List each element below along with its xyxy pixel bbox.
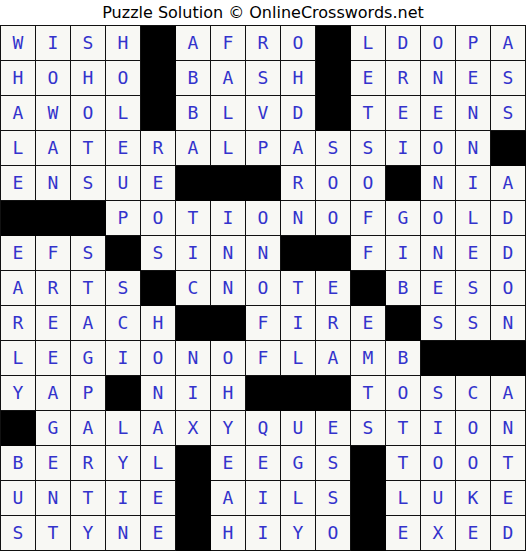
letter-cell: A bbox=[211, 61, 246, 96]
letter-cell: H bbox=[281, 61, 316, 96]
black-cell bbox=[106, 376, 141, 411]
letter-cell: O bbox=[246, 271, 281, 306]
letter-cell: L bbox=[351, 26, 386, 61]
letter-cell: H bbox=[71, 61, 106, 96]
letter-cell: O bbox=[351, 166, 386, 201]
letter-cell: N bbox=[281, 201, 316, 236]
letter-cell: S bbox=[316, 481, 351, 516]
letter-cell: O bbox=[491, 271, 526, 306]
letter-cell: G bbox=[71, 341, 106, 376]
black-cell bbox=[456, 341, 491, 376]
letter-cell: T bbox=[351, 96, 386, 131]
letter-cell: O bbox=[421, 26, 456, 61]
letter-cell: A bbox=[36, 131, 71, 166]
letter-cell: E bbox=[456, 236, 491, 271]
black-cell bbox=[176, 166, 211, 201]
black-cell bbox=[141, 96, 176, 131]
letter-cell: I bbox=[386, 131, 421, 166]
letter-cell: N bbox=[421, 61, 456, 96]
letter-cell: N bbox=[176, 341, 211, 376]
letter-cell: L bbox=[281, 481, 316, 516]
letter-cell: U bbox=[1, 481, 36, 516]
letter-cell: I bbox=[176, 236, 211, 271]
letter-cell: I bbox=[211, 201, 246, 236]
letter-cell: T bbox=[71, 131, 106, 166]
letter-cell: E bbox=[141, 166, 176, 201]
letter-cell: B bbox=[386, 341, 421, 376]
letter-cell: E bbox=[491, 481, 526, 516]
letter-cell: I bbox=[281, 306, 316, 341]
letter-cell: O bbox=[141, 201, 176, 236]
letter-cell: A bbox=[491, 26, 526, 61]
letter-cell: L bbox=[211, 96, 246, 131]
letter-cell: N bbox=[456, 96, 491, 131]
letter-cell: I bbox=[456, 166, 491, 201]
letter-cell: A bbox=[36, 376, 71, 411]
letter-cell: R bbox=[36, 271, 71, 306]
crossword-solution-page: Puzzle Solution © OnlineCrosswords.net W… bbox=[0, 0, 526, 551]
letter-cell: F bbox=[211, 26, 246, 61]
letter-cell: A bbox=[1, 271, 36, 306]
letter-cell: O bbox=[456, 411, 491, 446]
letter-cell: O bbox=[141, 341, 176, 376]
black-cell bbox=[176, 481, 211, 516]
letter-cell: E bbox=[141, 481, 176, 516]
letter-cell: I bbox=[106, 481, 141, 516]
letter-cell: O bbox=[316, 516, 351, 551]
letter-cell: E bbox=[36, 446, 71, 481]
black-cell bbox=[316, 376, 351, 411]
letter-cell: N bbox=[36, 481, 71, 516]
black-cell bbox=[316, 61, 351, 96]
letter-cell: T bbox=[176, 201, 211, 236]
letter-cell: A bbox=[71, 411, 106, 446]
black-cell bbox=[281, 376, 316, 411]
letter-cell: P bbox=[456, 26, 491, 61]
black-cell bbox=[491, 131, 526, 166]
letter-cell: G bbox=[281, 446, 316, 481]
letter-cell: O bbox=[71, 96, 106, 131]
letter-cell: A bbox=[491, 166, 526, 201]
letter-cell: S bbox=[1, 516, 36, 551]
letter-cell: S bbox=[71, 236, 106, 271]
letter-cell: U bbox=[421, 481, 456, 516]
letter-cell: D bbox=[491, 236, 526, 271]
letter-cell: L bbox=[456, 201, 491, 236]
letter-cell: E bbox=[386, 516, 421, 551]
letter-cell: R bbox=[141, 131, 176, 166]
letter-cell: O bbox=[421, 131, 456, 166]
letter-cell: G bbox=[36, 411, 71, 446]
black-cell bbox=[176, 516, 211, 551]
black-cell bbox=[106, 236, 141, 271]
letter-cell: R bbox=[246, 26, 281, 61]
letter-cell: S bbox=[421, 306, 456, 341]
black-cell bbox=[316, 96, 351, 131]
letter-cell: O bbox=[211, 341, 246, 376]
letter-cell: R bbox=[71, 446, 106, 481]
letter-cell: E bbox=[1, 236, 36, 271]
letter-cell: I bbox=[421, 411, 456, 446]
letter-cell: S bbox=[351, 411, 386, 446]
letter-cell: T bbox=[386, 411, 421, 446]
letter-cell: A bbox=[176, 26, 211, 61]
black-cell bbox=[71, 201, 106, 236]
letter-cell: S bbox=[71, 166, 106, 201]
black-cell bbox=[1, 411, 36, 446]
letter-cell: E bbox=[316, 411, 351, 446]
letter-cell: H bbox=[1, 61, 36, 96]
letter-cell: N bbox=[421, 236, 456, 271]
letter-cell: E bbox=[141, 516, 176, 551]
letter-cell: E bbox=[421, 96, 456, 131]
letter-cell: S bbox=[106, 271, 141, 306]
black-cell bbox=[316, 26, 351, 61]
letter-cell: S bbox=[316, 446, 351, 481]
letter-cell: S bbox=[71, 26, 106, 61]
letter-cell: G bbox=[386, 201, 421, 236]
letter-cell: N bbox=[491, 306, 526, 341]
letter-cell: E bbox=[421, 271, 456, 306]
black-cell bbox=[176, 446, 211, 481]
letter-cell: W bbox=[1, 26, 36, 61]
letter-cell: E bbox=[36, 306, 71, 341]
letter-cell: O bbox=[386, 376, 421, 411]
letter-cell: C bbox=[456, 376, 491, 411]
letter-cell: N bbox=[36, 166, 71, 201]
letter-cell: O bbox=[106, 61, 141, 96]
letter-cell: O bbox=[421, 446, 456, 481]
letter-cell: E bbox=[36, 341, 71, 376]
letter-cell: N bbox=[211, 236, 246, 271]
letter-cell: P bbox=[106, 201, 141, 236]
letter-cell: C bbox=[176, 271, 211, 306]
letter-cell: Y bbox=[71, 516, 106, 551]
letter-cell: O bbox=[36, 61, 71, 96]
letter-cell: P bbox=[71, 376, 106, 411]
letter-cell: A bbox=[491, 376, 526, 411]
letter-cell: O bbox=[316, 166, 351, 201]
black-cell bbox=[351, 516, 386, 551]
letter-cell: Y bbox=[211, 411, 246, 446]
letter-cell: L bbox=[106, 96, 141, 131]
letter-cell: A bbox=[281, 131, 316, 166]
letter-cell: E bbox=[211, 446, 246, 481]
letter-cell: Y bbox=[106, 446, 141, 481]
black-cell bbox=[141, 61, 176, 96]
letter-cell: S bbox=[491, 61, 526, 96]
letter-cell: C bbox=[106, 306, 141, 341]
letter-cell: U bbox=[106, 166, 141, 201]
letter-cell: E bbox=[316, 271, 351, 306]
black-cell bbox=[176, 306, 211, 341]
letter-cell: R bbox=[1, 306, 36, 341]
letter-cell: N bbox=[106, 516, 141, 551]
black-cell bbox=[246, 376, 281, 411]
letter-cell: O bbox=[316, 201, 351, 236]
page-title: Puzzle Solution © OnlineCrosswords.net bbox=[0, 0, 526, 25]
letter-cell: O bbox=[421, 201, 456, 236]
letter-cell: E bbox=[1, 166, 36, 201]
letter-cell: L bbox=[281, 341, 316, 376]
letter-cell: B bbox=[386, 271, 421, 306]
letter-cell: E bbox=[386, 96, 421, 131]
letter-cell: D bbox=[386, 26, 421, 61]
letter-cell: A bbox=[176, 131, 211, 166]
letter-cell: H bbox=[211, 376, 246, 411]
letter-cell: T bbox=[386, 446, 421, 481]
letter-cell: I bbox=[36, 26, 71, 61]
letter-cell: S bbox=[316, 131, 351, 166]
letter-cell: E bbox=[351, 61, 386, 96]
letter-cell: L bbox=[141, 446, 176, 481]
black-cell bbox=[351, 446, 386, 481]
black-cell bbox=[386, 306, 421, 341]
letter-cell: P bbox=[246, 131, 281, 166]
letter-cell: O bbox=[456, 446, 491, 481]
letter-cell: X bbox=[421, 516, 456, 551]
letter-cell: N bbox=[141, 376, 176, 411]
black-cell bbox=[141, 26, 176, 61]
letter-cell: A bbox=[1, 96, 36, 131]
letter-cell: S bbox=[246, 61, 281, 96]
letter-cell: N bbox=[421, 166, 456, 201]
black-cell bbox=[421, 341, 456, 376]
letter-cell: T bbox=[36, 516, 71, 551]
letter-cell: O bbox=[281, 26, 316, 61]
letter-cell: I bbox=[246, 516, 281, 551]
letter-cell: T bbox=[281, 271, 316, 306]
letter-cell: N bbox=[211, 271, 246, 306]
black-cell bbox=[141, 271, 176, 306]
letter-cell: I bbox=[386, 236, 421, 271]
black-cell bbox=[316, 236, 351, 271]
letter-cell: X bbox=[176, 411, 211, 446]
letter-cell: A bbox=[211, 481, 246, 516]
letter-cell: S bbox=[421, 376, 456, 411]
black-cell bbox=[386, 166, 421, 201]
letter-cell: L bbox=[1, 341, 36, 376]
black-cell bbox=[211, 166, 246, 201]
letter-cell: S bbox=[351, 131, 386, 166]
letter-cell: E bbox=[106, 131, 141, 166]
letter-cell: S bbox=[491, 96, 526, 131]
letter-cell: I bbox=[176, 376, 211, 411]
black-cell bbox=[351, 481, 386, 516]
letter-cell: T bbox=[351, 376, 386, 411]
letter-cell: F bbox=[351, 201, 386, 236]
letter-cell: Q bbox=[246, 411, 281, 446]
letter-cell: N bbox=[246, 236, 281, 271]
letter-cell: F bbox=[351, 236, 386, 271]
letter-cell: H bbox=[141, 306, 176, 341]
letter-cell: S bbox=[141, 236, 176, 271]
letter-cell: F bbox=[36, 236, 71, 271]
black-cell bbox=[36, 201, 71, 236]
letter-cell: I bbox=[246, 481, 281, 516]
letter-cell: E bbox=[456, 516, 491, 551]
letter-cell: B bbox=[1, 446, 36, 481]
letter-cell: T bbox=[71, 481, 106, 516]
letter-cell: F bbox=[246, 341, 281, 376]
letter-cell: E bbox=[456, 61, 491, 96]
letter-cell: L bbox=[106, 411, 141, 446]
letter-cell: D bbox=[281, 96, 316, 131]
letter-cell: T bbox=[71, 271, 106, 306]
letter-cell: R bbox=[281, 166, 316, 201]
black-cell bbox=[246, 166, 281, 201]
black-cell bbox=[1, 201, 36, 236]
letter-cell: N bbox=[491, 411, 526, 446]
letter-cell: D bbox=[491, 201, 526, 236]
black-cell bbox=[211, 306, 246, 341]
letter-cell: M bbox=[351, 341, 386, 376]
letter-cell: L bbox=[386, 481, 421, 516]
black-cell bbox=[351, 271, 386, 306]
letter-cell: B bbox=[176, 96, 211, 131]
letter-cell: O bbox=[246, 201, 281, 236]
letter-cell: H bbox=[211, 516, 246, 551]
letter-cell: Y bbox=[1, 376, 36, 411]
crossword-grid: WISHAFROLDOPAHOHOBASHERNESAWOLBLVDTEENSL… bbox=[0, 25, 526, 551]
letter-cell: L bbox=[1, 131, 36, 166]
letter-cell: A bbox=[71, 306, 106, 341]
letter-cell: Y bbox=[281, 516, 316, 551]
letter-cell: B bbox=[176, 61, 211, 96]
letter-cell: F bbox=[246, 306, 281, 341]
letter-cell: N bbox=[456, 131, 491, 166]
letter-cell: K bbox=[456, 481, 491, 516]
letter-cell: R bbox=[316, 306, 351, 341]
letter-cell: T bbox=[491, 446, 526, 481]
letter-cell: S bbox=[456, 306, 491, 341]
letter-cell: A bbox=[141, 411, 176, 446]
black-cell bbox=[491, 341, 526, 376]
letter-cell: E bbox=[246, 446, 281, 481]
letter-cell: W bbox=[36, 96, 71, 131]
letter-cell: U bbox=[281, 411, 316, 446]
letter-cell: R bbox=[386, 61, 421, 96]
letter-cell: H bbox=[106, 26, 141, 61]
letter-cell: V bbox=[246, 96, 281, 131]
letter-cell: E bbox=[351, 306, 386, 341]
letter-cell: I bbox=[106, 341, 141, 376]
black-cell bbox=[281, 236, 316, 271]
letter-cell: D bbox=[491, 516, 526, 551]
letter-cell: S bbox=[456, 271, 491, 306]
letter-cell: A bbox=[316, 341, 351, 376]
letter-cell: L bbox=[211, 131, 246, 166]
